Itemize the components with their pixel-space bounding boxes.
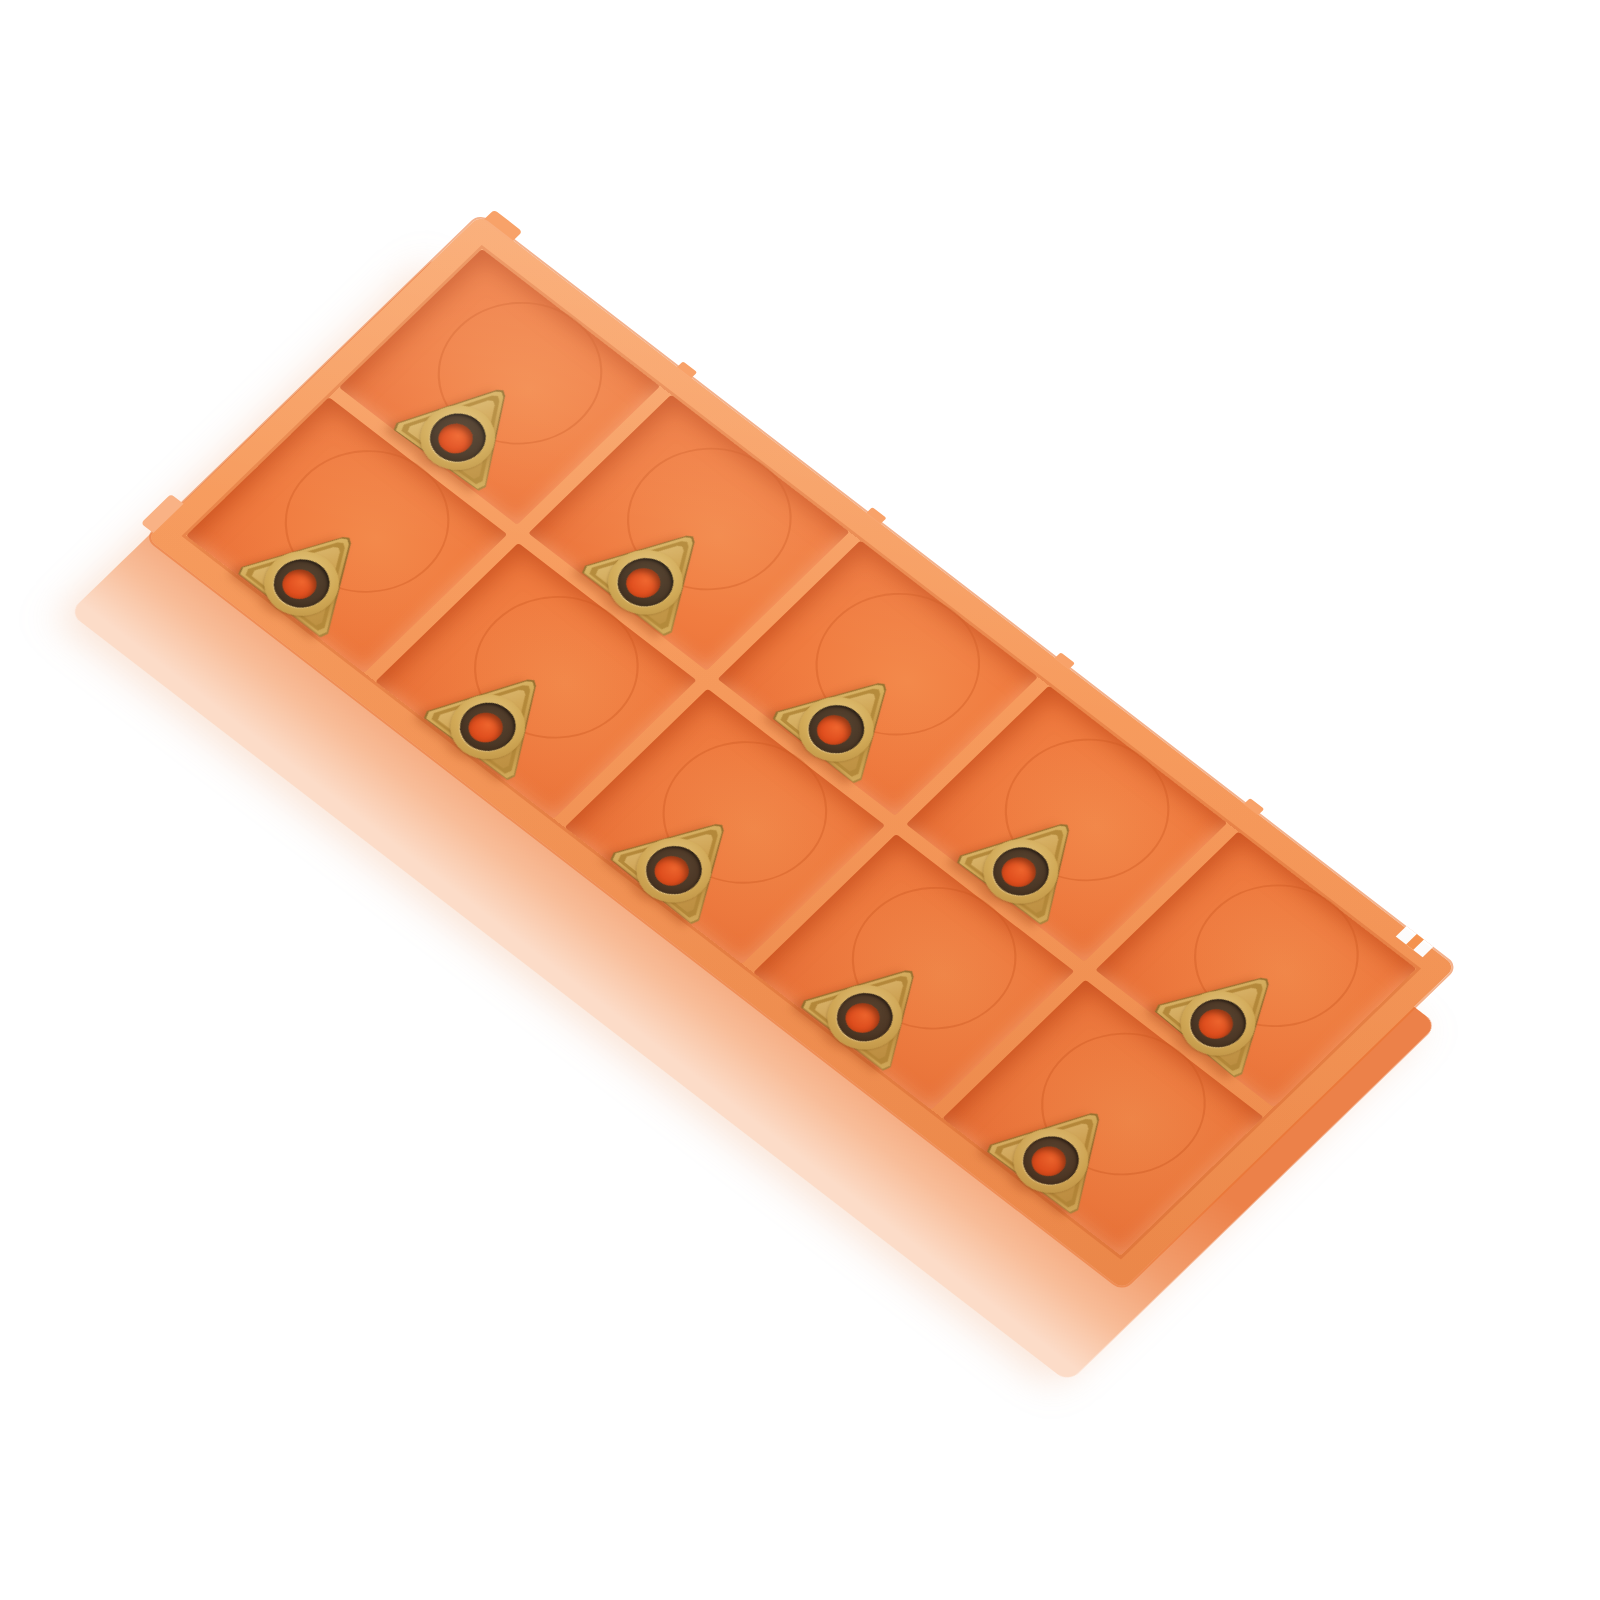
carbide-insert <box>605 790 766 929</box>
carbide-insert <box>952 791 1113 929</box>
hole-floor-see-through <box>432 418 480 460</box>
carbide-insert <box>1149 942 1310 1081</box>
carbide-insert <box>796 936 957 1074</box>
hole-floor-see-through <box>647 850 695 892</box>
hole-floor-see-through <box>810 709 858 751</box>
carbide-insert <box>768 649 929 788</box>
carbide-insert <box>233 503 394 641</box>
hole-floor-see-through <box>462 707 510 749</box>
carbide-insert <box>419 646 580 784</box>
hole-floor-see-through <box>276 564 324 606</box>
hole-floor-see-through <box>1024 1140 1072 1182</box>
carbide-insert <box>389 357 550 495</box>
product-photo-scene <box>0 0 1600 1600</box>
carbide-insert <box>577 502 738 640</box>
carbide-insert <box>981 1080 1142 1218</box>
hole-floor-see-through <box>994 851 1042 893</box>
hole-floor-see-through <box>619 562 667 604</box>
hole-floor-see-through <box>1191 1003 1239 1045</box>
hole-floor-see-through <box>838 997 886 1039</box>
